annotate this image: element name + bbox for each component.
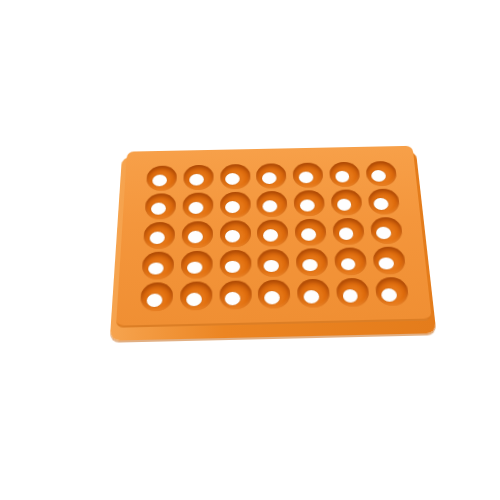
through-hole bbox=[149, 232, 164, 245]
tray-hole-r4c6 bbox=[334, 247, 367, 275]
tray-hole-r5c1 bbox=[140, 282, 173, 311]
tray-surface bbox=[116, 146, 432, 328]
through-hole bbox=[187, 261, 202, 274]
tray-hole-r5c5 bbox=[297, 279, 330, 308]
tray-hole-r5c2 bbox=[180, 282, 213, 311]
through-hole bbox=[262, 172, 277, 184]
tray-hole-r3c3 bbox=[220, 220, 251, 247]
through-hole bbox=[373, 198, 389, 210]
tray-hole-r1c4 bbox=[256, 163, 287, 189]
through-hole bbox=[376, 227, 392, 240]
tray-hole-r2c7 bbox=[367, 188, 400, 214]
tray-hole-r3c2 bbox=[182, 221, 214, 248]
tray-hole-r2c5 bbox=[294, 190, 326, 216]
through-hole bbox=[264, 259, 279, 272]
through-hole bbox=[225, 173, 239, 185]
product-photo-background bbox=[0, 0, 500, 500]
tray-hole-r3c7 bbox=[369, 217, 402, 244]
tray-hole-r3c4 bbox=[257, 219, 289, 246]
through-hole bbox=[225, 291, 241, 305]
through-hole bbox=[189, 174, 204, 186]
tray-hole-r2c3 bbox=[220, 191, 251, 217]
through-hole bbox=[335, 171, 350, 183]
through-hole bbox=[263, 229, 278, 242]
tray-hole-r2c1 bbox=[145, 193, 177, 219]
tray-hole-r1c1 bbox=[146, 165, 177, 191]
through-hole bbox=[146, 293, 162, 307]
through-hole bbox=[148, 262, 164, 275]
through-hole bbox=[302, 259, 318, 272]
tray-hole-r1c7 bbox=[365, 161, 397, 186]
tray-hole-r5c3 bbox=[219, 281, 251, 310]
tray-hole-r4c1 bbox=[142, 252, 175, 280]
through-hole bbox=[186, 292, 202, 306]
through-hole bbox=[371, 170, 386, 182]
through-hole bbox=[381, 288, 398, 301]
through-hole bbox=[299, 199, 314, 211]
tray-hole-r4c7 bbox=[372, 247, 406, 275]
through-hole bbox=[301, 229, 316, 242]
tray-hole-r3c5 bbox=[295, 219, 327, 246]
through-hole bbox=[151, 203, 166, 215]
tray-hole-r2c6 bbox=[330, 189, 362, 215]
through-hole bbox=[264, 291, 280, 305]
tray-hole-r5c4 bbox=[258, 280, 291, 309]
through-hole bbox=[187, 231, 202, 244]
tray-hole-r1c6 bbox=[329, 161, 361, 186]
tray-hole-r1c2 bbox=[183, 164, 214, 190]
through-hole bbox=[378, 257, 394, 270]
through-hole bbox=[303, 290, 319, 304]
tray-hole-r2c2 bbox=[182, 192, 213, 218]
tray-hole-r4c5 bbox=[296, 248, 329, 276]
through-hole bbox=[225, 201, 240, 213]
tray-hole-r3c6 bbox=[332, 218, 365, 245]
through-hole bbox=[225, 260, 240, 273]
through-hole bbox=[340, 258, 356, 271]
through-hole bbox=[298, 171, 313, 183]
tray-hole-r4c3 bbox=[219, 250, 251, 278]
tray-hole-r2c4 bbox=[257, 191, 288, 217]
through-hole bbox=[152, 174, 167, 186]
tray-hole-r1c3 bbox=[220, 164, 250, 190]
through-hole bbox=[225, 230, 240, 243]
through-hole bbox=[338, 228, 354, 241]
through-hole bbox=[336, 199, 351, 211]
tray-hole-r4c2 bbox=[181, 251, 213, 279]
tray-hole-r4c4 bbox=[258, 249, 290, 277]
through-hole bbox=[188, 202, 203, 214]
through-hole bbox=[342, 289, 358, 303]
tray-hole-r1c5 bbox=[293, 162, 324, 188]
orange-tray bbox=[116, 146, 432, 328]
tray-hole-r3c1 bbox=[143, 222, 175, 249]
tray-hole-r5c7 bbox=[374, 277, 409, 306]
through-hole bbox=[262, 200, 277, 212]
tray-hole-r5c6 bbox=[336, 278, 370, 307]
